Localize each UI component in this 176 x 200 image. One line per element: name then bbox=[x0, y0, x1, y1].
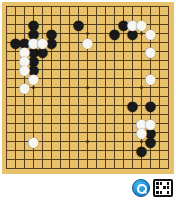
search-button[interactable] bbox=[132, 179, 150, 197]
star-point bbox=[32, 140, 35, 143]
star-point bbox=[140, 32, 143, 35]
star-point bbox=[86, 86, 89, 89]
star-point bbox=[32, 32, 35, 35]
counting-button[interactable] bbox=[153, 179, 173, 197]
go-board[interactable]: ●●●●●●●●●●●●●●●●●●●●●●●●●●●●●●●●●●●● bbox=[2, 2, 174, 174]
abacus-icon bbox=[156, 182, 170, 185]
toolbar bbox=[132, 178, 173, 197]
star-point bbox=[86, 32, 89, 35]
star-point bbox=[140, 86, 143, 89]
star-point bbox=[140, 140, 143, 143]
star-point bbox=[32, 86, 35, 89]
star-point bbox=[86, 140, 89, 143]
go-app-window: ●●●●●●●●●●●●●●●●●●●●●●●●●●●●●●●●●●●● bbox=[0, 0, 176, 200]
